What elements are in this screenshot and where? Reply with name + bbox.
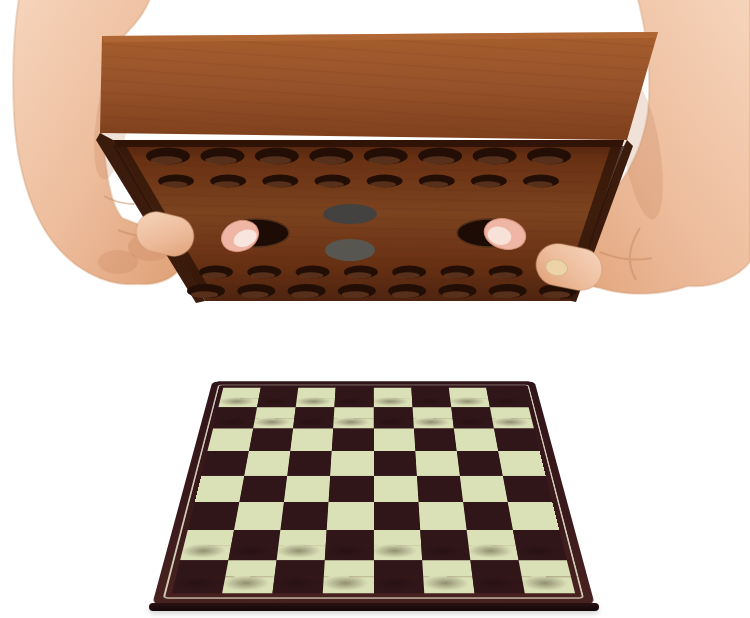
piece-shadow — [489, 417, 531, 427]
square-a6[interactable] — [207, 429, 253, 452]
piece-shadow — [320, 575, 370, 591]
piece-shadow — [469, 575, 521, 591]
chessboard: ♜♞♝♛♚♝♞♜♟♟♟♟♟♟♟♟♟♟♟♟♟♟♟♟♜♞♝♛♚♝♞♜ — [152, 381, 595, 605]
square-c6[interactable] — [290, 429, 333, 452]
photo-scene: ♜♞♝♛♚♝♞♜♟♟♟♟♟♟♟♟♟♟♟♟♟♟♟♟♜♞♝♛♚♝♞♜ — [0, 0, 750, 618]
piece-shadow — [420, 575, 471, 591]
piece-shadow — [169, 575, 222, 591]
chessboard-scene: ♜♞♝♛♚♝♞♜♟♟♟♟♟♟♟♟♟♟♟♟♟♟♟♟♜♞♝♛♚♝♞♜ — [152, 162, 595, 605]
piece-shadow — [211, 417, 253, 427]
piece-white-rook[interactable]: ♜ — [493, 475, 599, 593]
piece-shadow — [450, 417, 491, 427]
piece-shadow — [251, 417, 292, 427]
piece-black-pawn[interactable]: ♟ — [476, 350, 547, 429]
square-g6[interactable] — [454, 429, 498, 452]
piece-shadow — [270, 575, 321, 591]
square-h6[interactable] — [494, 429, 540, 452]
piece-shadow — [331, 417, 371, 427]
piece-shadow — [411, 417, 452, 427]
square-h1[interactable]: ♜ — [518, 560, 575, 593]
piece-shadow — [220, 575, 272, 591]
piece-shadow — [370, 575, 420, 591]
board-bottom-edge — [149, 603, 599, 611]
square-h7[interactable]: ♟ — [490, 407, 534, 428]
board-grid: ♜♞♝♛♚♝♞♜♟♟♟♟♟♟♟♟♟♟♟♟♟♟♟♟♜♞♝♛♚♝♞♜ — [172, 388, 575, 594]
box-top-face — [100, 32, 658, 140]
piece-shadow — [291, 417, 332, 427]
piece-shadow — [371, 417, 411, 427]
square-b6[interactable] — [249, 429, 293, 452]
piece-shadow — [518, 575, 571, 591]
